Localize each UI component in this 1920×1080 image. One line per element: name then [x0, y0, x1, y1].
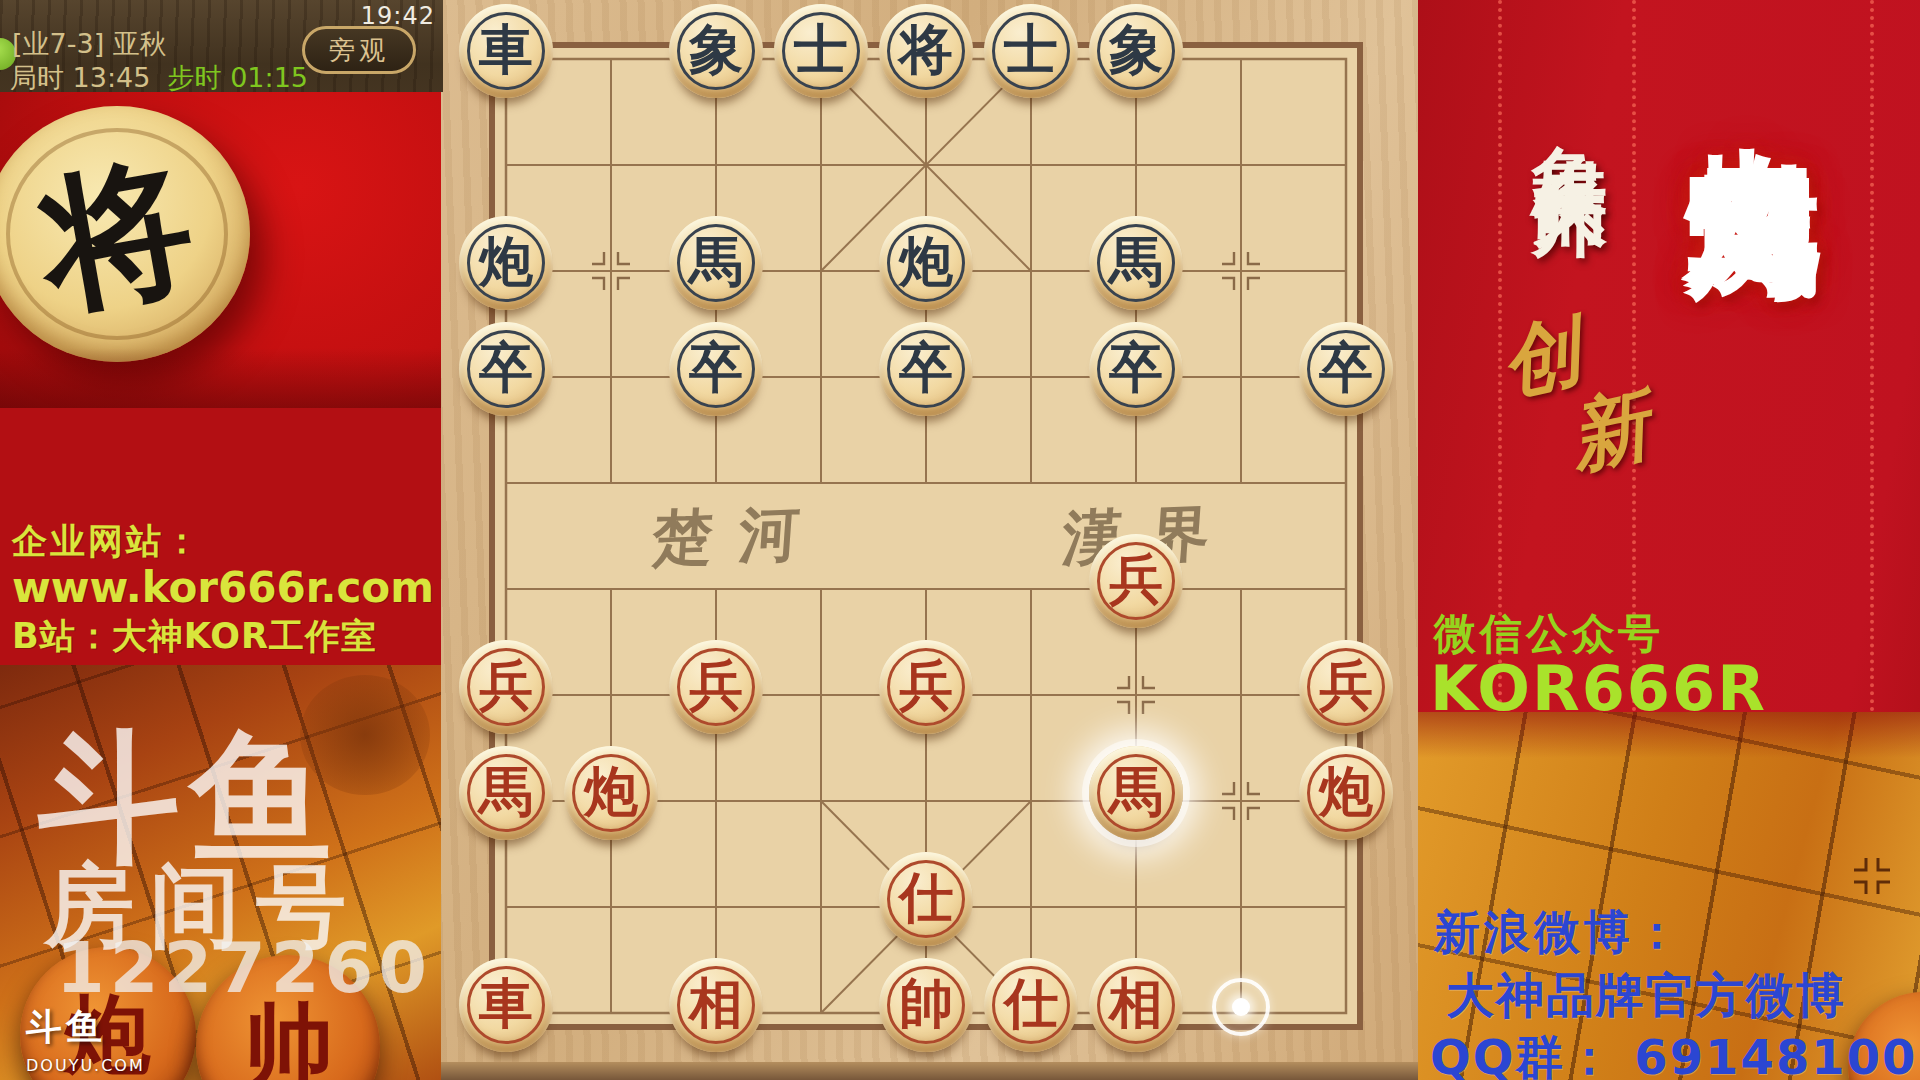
piece-glyph: 卒: [899, 340, 953, 394]
wechat-id: KOR666R: [1430, 652, 1767, 725]
banner-title-vertical: 中炮对屏风马: [1680, 36, 1827, 936]
piece-black-cannon[interactable]: 炮: [459, 216, 553, 310]
spectate-button[interactable]: 旁观: [302, 26, 416, 74]
piece-red-soldier[interactable]: 兵: [1089, 534, 1183, 628]
banner-photo: 新浪微博： 大神品牌官方微博 QQ群： 691481002: [1418, 712, 1920, 1080]
piece-glyph: 炮: [584, 764, 638, 818]
piece-glyph: 馬: [479, 764, 533, 818]
weibo-name: 大神品牌官方微博: [1446, 964, 1846, 1028]
piece-glyph: 馬: [689, 234, 743, 288]
piece-glyph: 兵: [1109, 552, 1163, 606]
douyu-logo-domain: DOUYU.COM: [26, 1056, 145, 1075]
piece-red-elephant[interactable]: 相: [1089, 958, 1183, 1052]
piece-glyph: 象: [689, 22, 743, 76]
piece-glyph: 象: [1109, 22, 1163, 76]
qq-group-line: QQ群： 691481002: [1430, 1026, 1920, 1080]
move-time-value: 01:15: [230, 62, 308, 93]
piece-glyph: 炮: [479, 234, 533, 288]
ring-center-dot: [1232, 998, 1250, 1016]
stream-frame: 将 企业网站： www.kor666r.com B站：大神KOR工作室 炮 帅 …: [0, 0, 1920, 1080]
douyu-logo-text: 斗鱼: [26, 1003, 145, 1052]
piece-glyph: 卒: [1109, 340, 1163, 394]
piece-glyph: 卒: [689, 340, 743, 394]
piece-red-cannon[interactable]: 炮: [1299, 746, 1393, 840]
watermark-douyu: 斗鱼: [38, 727, 342, 869]
piece-glyph: 車: [479, 22, 533, 76]
move-time-label: 步时: [168, 62, 222, 93]
piece-glyph: 馬: [1109, 234, 1163, 288]
piece-glyph: 相: [1109, 976, 1163, 1030]
piece-glyph: 士: [1004, 22, 1058, 76]
piece-glyph: 炮: [1319, 764, 1373, 818]
xiangqi-board-panel: 楚河 漢界 車象士将士象炮馬炮馬卒卒卒卒卒兵兵兵兵兵馬炮馬炮仕車相帥仕相: [441, 0, 1418, 1080]
piece-black-soldier[interactable]: 卒: [879, 322, 973, 416]
calligraphy-chuang: 创: [1495, 311, 1588, 404]
general-glyph: 将: [30, 147, 204, 321]
piece-red-horse[interactable]: 馬: [459, 746, 553, 840]
piece-glyph: 車: [479, 976, 533, 1030]
piece-red-advisor[interactable]: 仕: [984, 958, 1078, 1052]
piece-black-elephant[interactable]: 象: [1089, 4, 1183, 98]
weibo-label: 新浪微博：: [1434, 902, 1684, 964]
piece-glyph: 馬: [1109, 764, 1163, 818]
piece-glyph: 帥: [899, 976, 953, 1030]
piece-black-advisor[interactable]: 士: [984, 4, 1078, 98]
piece-black-soldier[interactable]: 卒: [1089, 322, 1183, 416]
game-time-label: 局时: [10, 62, 64, 93]
piece-red-soldier[interactable]: 兵: [879, 640, 973, 734]
piece-glyph: 相: [689, 976, 743, 1030]
right-banner: 新浪微博： 大神品牌官方微博 QQ群： 691481002 象棋大师 创 新 中…: [1418, 0, 1920, 1080]
piece-glyph: 炮: [899, 234, 953, 288]
piece-glyph: 卒: [479, 340, 533, 394]
piece-black-cannon[interactable]: 炮: [879, 216, 973, 310]
site-url: www.kor666r.com: [12, 563, 434, 612]
piece-glyph: 仕: [899, 870, 953, 924]
piece-glyph: 将: [899, 22, 953, 76]
calligraphy-xin: 新: [1563, 385, 1656, 478]
piece-glyph: 兵: [899, 658, 953, 712]
douyu-logo: 斗鱼 DOUYU.COM: [26, 1003, 145, 1075]
last-move-origin-ring: [1212, 978, 1270, 1036]
dotted-separator: [1870, 0, 1874, 712]
douyu-room-photo: 炮 帅 斗鱼 房间号 1227260 斗鱼 DOUYU.COM: [0, 665, 441, 1080]
game-header-bar: 19:42 [业7-3] 亚秋 局时 13:45 步时 01:15 旁观: [0, 0, 443, 92]
piece-photo: 将: [0, 92, 441, 408]
piece-black-horse[interactable]: 馬: [669, 216, 763, 310]
piece-black-horse[interactable]: 馬: [1089, 216, 1183, 310]
site-label: 企业网站：: [12, 518, 202, 565]
piece-black-soldier[interactable]: 卒: [669, 322, 763, 416]
piece-glyph: 兵: [1319, 658, 1373, 712]
piece-red-chariot[interactable]: 車: [459, 958, 553, 1052]
timers: 局时 13:45 步时 01:15: [10, 60, 308, 96]
photo-shade: [0, 348, 441, 408]
piece-red-cannon[interactable]: 炮: [564, 746, 658, 840]
pieces-layer: 車象士将士象炮馬炮馬卒卒卒卒卒兵兵兵兵兵馬炮馬炮仕車相帥仕相: [441, 0, 1418, 1080]
piece-red-general[interactable]: 帥: [879, 958, 973, 1052]
piece-black-elephant[interactable]: 象: [669, 4, 763, 98]
piece-black-general[interactable]: 将: [879, 4, 973, 98]
piece-glyph: 卒: [1319, 340, 1373, 394]
piece-red-soldier[interactable]: 兵: [1299, 640, 1393, 734]
piece-black-soldier[interactable]: 卒: [459, 322, 553, 416]
board-bottom-bezel: [441, 1062, 1418, 1080]
piece-red-soldier[interactable]: 兵: [459, 640, 553, 734]
piece-red-elephant[interactable]: 相: [669, 958, 763, 1052]
game-time-value: 13:45: [73, 62, 151, 93]
piece-glyph: 兵: [689, 658, 743, 712]
photo-general-piece: 将: [0, 106, 250, 362]
room-number: 1227260: [56, 933, 432, 1003]
piece-red-advisor[interactable]: 仕: [879, 852, 973, 946]
piece-red-horse[interactable]: 馬: [1089, 746, 1183, 840]
piece-black-chariot[interactable]: 車: [459, 4, 553, 98]
piece-glyph: 兵: [479, 658, 533, 712]
piece-black-soldier[interactable]: 卒: [1299, 322, 1393, 416]
piece-black-advisor[interactable]: 士: [774, 4, 868, 98]
bilibili-line: B站：大神KOR工作室: [12, 613, 377, 660]
piece-glyph: 仕: [1004, 976, 1058, 1030]
left-sidebar: 将 企业网站： www.kor666r.com B站：大神KOR工作室 炮 帅 …: [0, 0, 441, 1080]
channel-ad-block: 企业网站： www.kor666r.com B站：大神KOR工作室: [0, 408, 441, 665]
piece-red-soldier[interactable]: 兵: [669, 640, 763, 734]
player-name: [业7-3] 亚秋: [12, 26, 167, 62]
piece-glyph: 士: [794, 22, 848, 76]
photo-crosshair-marker: [1848, 852, 1896, 900]
